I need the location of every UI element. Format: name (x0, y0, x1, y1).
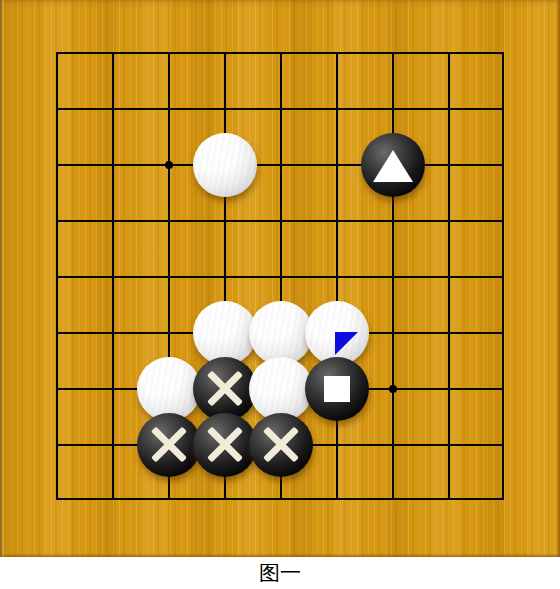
grid-cell (56, 52, 112, 108)
grid-cell (56, 444, 112, 500)
grid-cell (168, 220, 224, 276)
grid-cell (112, 276, 168, 332)
grid-cell (56, 388, 112, 444)
grid-cell (448, 220, 504, 276)
grid-cell (280, 164, 336, 220)
grid-cell (448, 52, 504, 108)
grid-cell (56, 164, 112, 220)
x-marker-icon (259, 423, 303, 467)
white-stone-C3 (137, 357, 201, 421)
go-board (0, 0, 560, 557)
grid-cell (336, 52, 392, 108)
grid-cell (112, 108, 168, 164)
grid-cell (56, 332, 112, 388)
grid-cell (56, 108, 112, 164)
grid-cell (224, 220, 280, 276)
star-point-G3 (389, 385, 397, 393)
star-point-C7 (165, 161, 173, 169)
black-stone-D3 (193, 357, 257, 421)
grid-cell (392, 276, 448, 332)
black-stone-E2 (249, 413, 313, 477)
grid-cell (112, 220, 168, 276)
black-stone-G7 (361, 133, 425, 197)
grid-cell (392, 220, 448, 276)
grid-cell (280, 108, 336, 164)
blue-corner-marker-icon (335, 332, 358, 355)
white-stone-F4 (305, 301, 369, 365)
white-stone-E3 (249, 357, 313, 421)
grid-cell (448, 388, 504, 444)
x-marker-icon (203, 367, 247, 411)
grid-cell (448, 332, 504, 388)
grid-cell (112, 52, 168, 108)
figure-caption: 图一 (259, 557, 301, 589)
grid-cell (112, 164, 168, 220)
white-stone-D7 (193, 133, 257, 197)
grid-cell (224, 52, 280, 108)
black-stone-D2 (193, 413, 257, 477)
black-stone-C2 (137, 413, 201, 477)
triangle-marker-icon (373, 150, 413, 182)
x-marker-icon (203, 423, 247, 467)
grid-cell (336, 444, 392, 500)
grid-cell (392, 388, 448, 444)
caption-bar: 图一 (0, 557, 560, 589)
grid-cell (448, 276, 504, 332)
grid-cell (448, 164, 504, 220)
grid-cell (168, 52, 224, 108)
grid-cell (336, 220, 392, 276)
grid-cell (392, 52, 448, 108)
grid-cell (392, 332, 448, 388)
grid-cell (280, 220, 336, 276)
square-marker-icon (324, 376, 350, 402)
grid-cell (56, 276, 112, 332)
white-stone-D4 (193, 301, 257, 365)
grid-cell (448, 444, 504, 500)
x-marker-icon (147, 423, 191, 467)
white-stone-E4 (249, 301, 313, 365)
grid-cell (280, 52, 336, 108)
black-stone-F3 (305, 357, 369, 421)
grid-cell (56, 220, 112, 276)
grid-cell (448, 108, 504, 164)
grid-cell (392, 444, 448, 500)
